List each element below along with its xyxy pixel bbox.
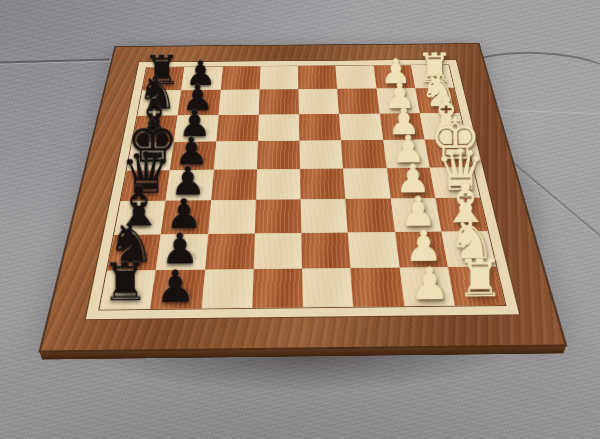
square <box>213 141 257 170</box>
square <box>220 66 260 90</box>
square <box>259 89 299 114</box>
square <box>205 233 255 269</box>
square <box>216 114 259 141</box>
chess-board: ♜♟♟♜♞♟♟♞♝♟♟♝♚♟♟♚♛♟♟♛♝♟♟♝♞♟♟♞♜♟♟♜ <box>41 44 564 350</box>
square <box>255 200 302 234</box>
fabric-seam <box>0 58 110 63</box>
square <box>336 66 377 89</box>
square <box>253 233 302 269</box>
square <box>337 89 379 114</box>
square: ♟ <box>150 269 204 309</box>
square <box>341 140 386 169</box>
square <box>301 232 350 268</box>
square <box>257 141 300 170</box>
square <box>345 199 394 232</box>
square: ♜ <box>100 270 156 310</box>
square <box>211 169 257 200</box>
square <box>298 66 337 89</box>
square <box>201 269 253 308</box>
black-rook: ♜ <box>99 258 150 309</box>
square <box>351 267 405 306</box>
square <box>208 200 256 234</box>
photo-canvas: ♜♟♟♜♞♟♟♞♝♟♟♝♚♟♟♚♛♟♟♛♝♟♟♝♞♟♟♞♜♟♟♜ <box>0 0 600 439</box>
board-maple-border: ♜♟♟♜♞♟♟♞♝♟♟♝♚♟♟♚♛♟♟♛♝♟♟♝♞♟♟♞♜♟♟♜ <box>84 59 520 320</box>
square <box>301 199 348 232</box>
white-rook: ♜ <box>454 254 505 305</box>
square <box>298 89 339 114</box>
square <box>299 140 343 169</box>
square <box>258 114 300 141</box>
square <box>300 169 345 200</box>
square: ♜ <box>448 266 506 305</box>
square <box>218 90 259 115</box>
square: ♟ <box>399 267 455 306</box>
square <box>343 168 390 199</box>
square <box>256 169 301 200</box>
square <box>302 268 353 307</box>
square <box>348 232 399 268</box>
square <box>252 268 303 307</box>
square <box>339 113 383 140</box>
square <box>259 66 298 89</box>
black-pawn: ♟ <box>150 265 201 308</box>
white-pawn: ♟ <box>404 263 455 306</box>
square <box>299 114 341 141</box>
playing-area: ♜♟♟♜♞♟♟♞♝♟♟♝♚♟♟♚♛♟♟♛♝♟♟♝♞♟♟♞♜♟♟♜ <box>98 64 506 310</box>
